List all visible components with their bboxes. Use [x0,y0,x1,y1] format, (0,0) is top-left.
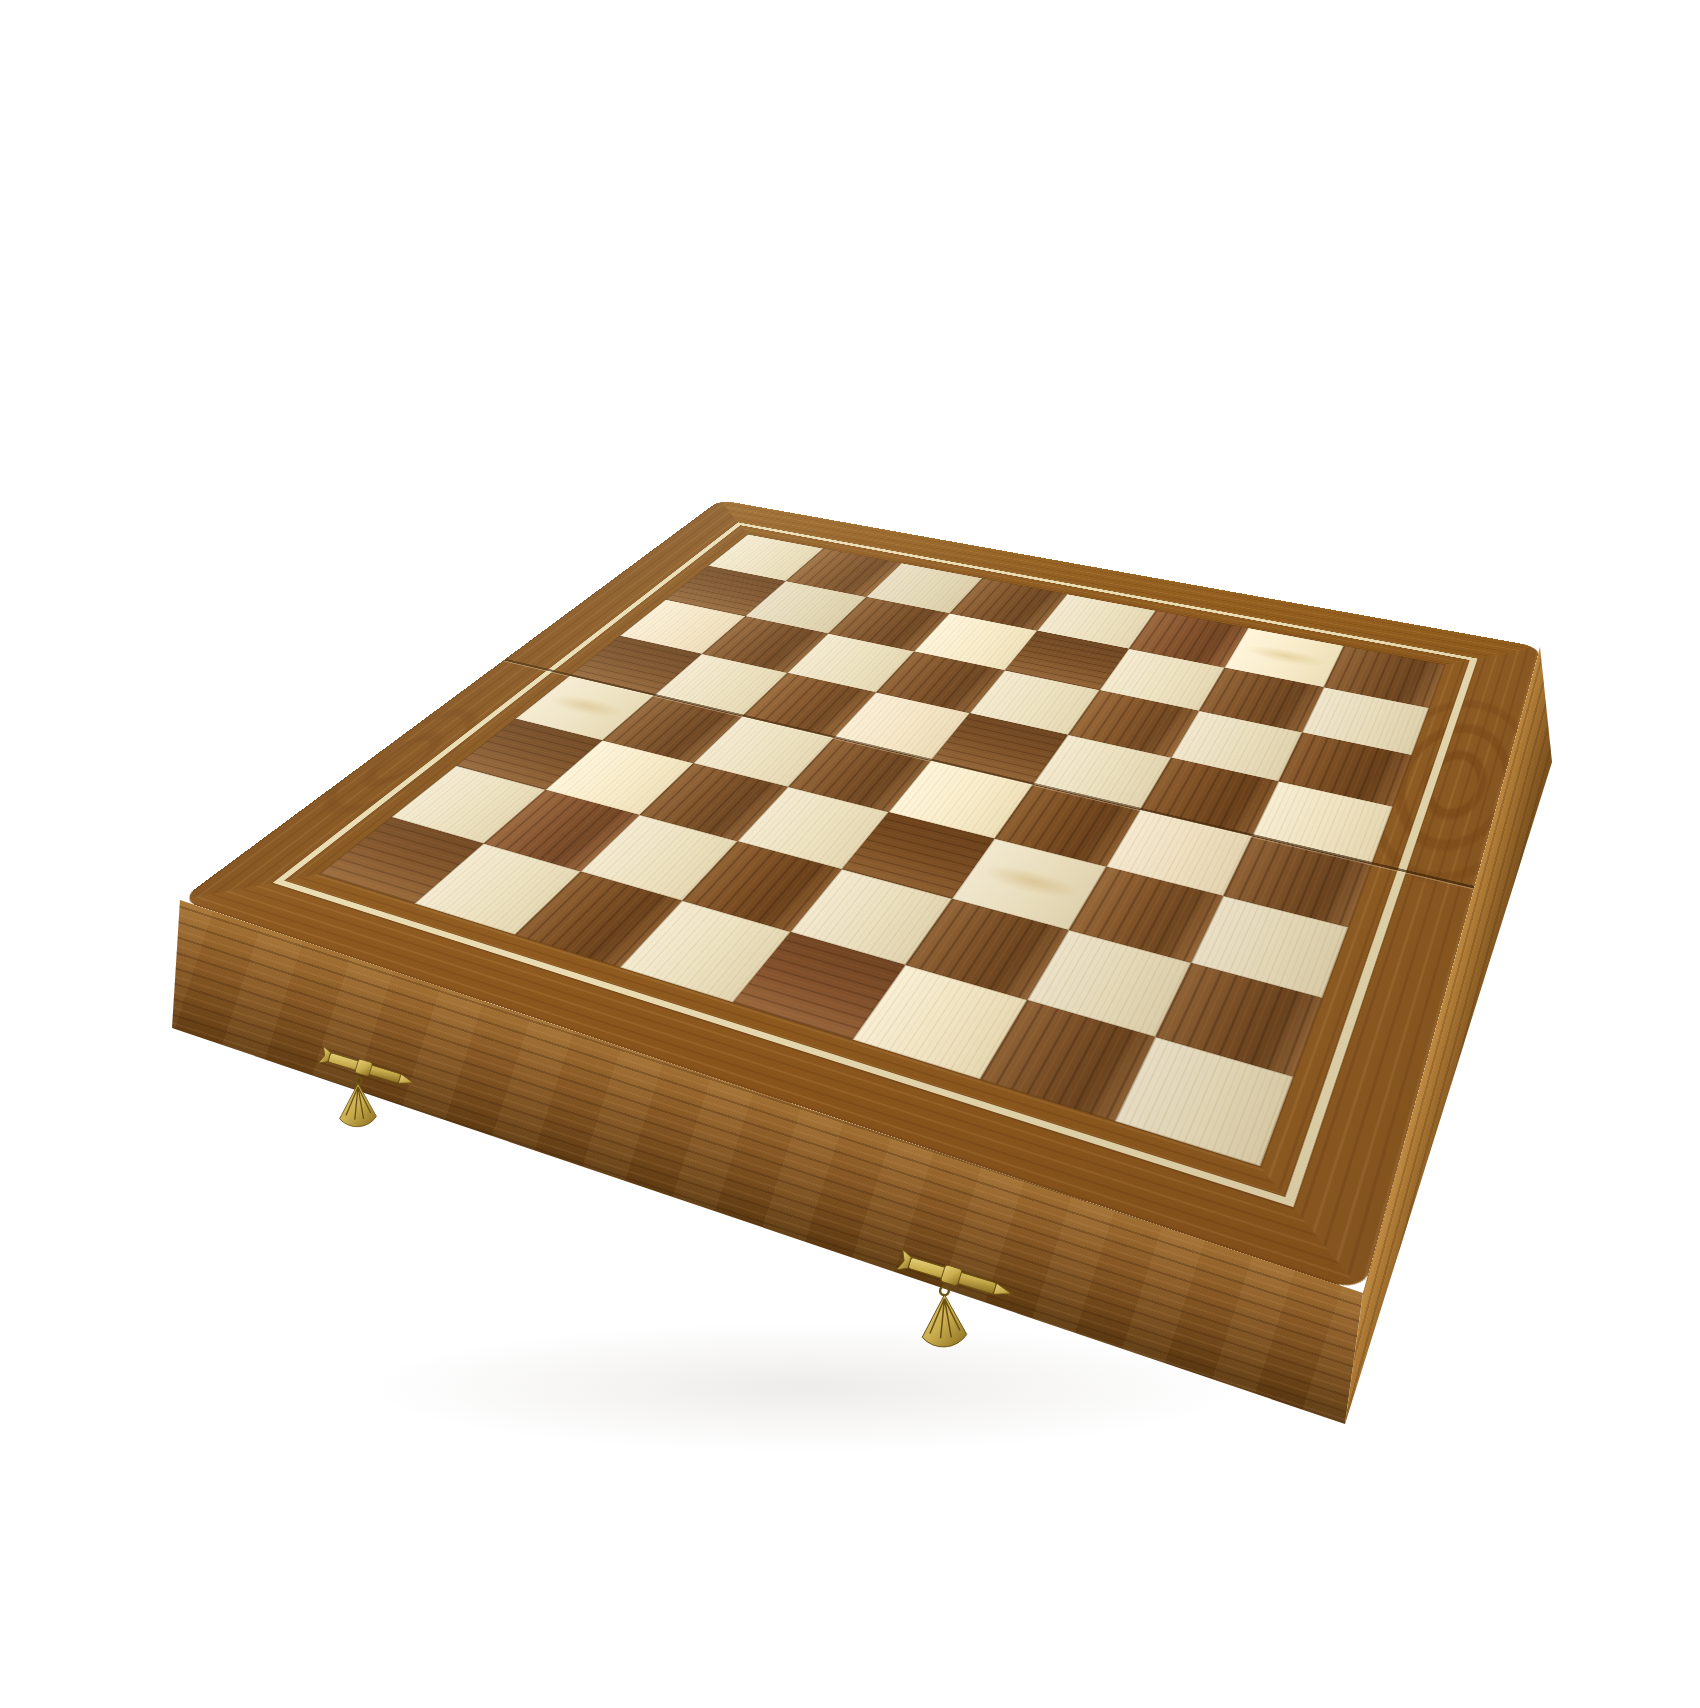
product-photo-scene [0,0,1700,1708]
brass-clasp-front-icon [896,1244,1022,1356]
brass-clasp-left-icon [318,1042,422,1134]
